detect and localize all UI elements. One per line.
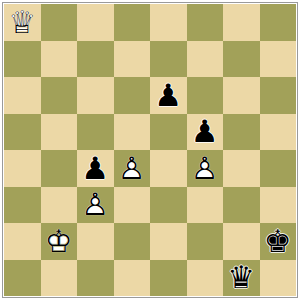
square-a8[interactable]: ♛♕: [4, 4, 41, 41]
square-b5[interactable]: [41, 114, 78, 151]
square-d8[interactable]: [114, 4, 151, 41]
square-e3[interactable]: [150, 187, 187, 224]
black-pawn-icon: ♟: [150, 77, 187, 114]
square-h2[interactable]: ♚: [260, 223, 297, 260]
piece-white-pawn[interactable]: ♟♙: [187, 150, 224, 187]
square-g5[interactable]: [223, 114, 260, 151]
square-d6[interactable]: [114, 77, 151, 114]
square-e7[interactable]: [150, 41, 187, 78]
square-a1[interactable]: [4, 260, 41, 297]
black-king-icon: ♚: [260, 223, 297, 260]
square-a5[interactable]: [4, 114, 41, 151]
black-queen-icon: ♛: [223, 260, 260, 297]
square-c7[interactable]: [77, 41, 114, 78]
square-f6[interactable]: [187, 77, 224, 114]
square-g4[interactable]: [223, 150, 260, 187]
board-frame: ♛♕♟♟♟♟♙♟♙♟♙♚♔♚♛: [2, 2, 298, 298]
square-g2[interactable]: [223, 223, 260, 260]
square-e4[interactable]: [150, 150, 187, 187]
square-g6[interactable]: [223, 77, 260, 114]
piece-black-pawn[interactable]: ♟: [187, 114, 224, 151]
square-h6[interactable]: [260, 77, 297, 114]
square-a4[interactable]: [4, 150, 41, 187]
white-pawn-icon: ♙: [114, 150, 151, 187]
square-c5[interactable]: [77, 114, 114, 151]
white-pawn-icon: ♙: [77, 187, 114, 224]
square-d3[interactable]: [114, 187, 151, 224]
square-f3[interactable]: [187, 187, 224, 224]
piece-white-pawn[interactable]: ♟♙: [114, 150, 151, 187]
square-b7[interactable]: [41, 41, 78, 78]
square-e5[interactable]: [150, 114, 187, 151]
square-f4[interactable]: ♟♙: [187, 150, 224, 187]
square-e8[interactable]: [150, 4, 187, 41]
white-king-icon: ♔: [41, 223, 78, 260]
piece-white-pawn[interactable]: ♟♙: [77, 187, 114, 224]
square-c3[interactable]: ♟♙: [77, 187, 114, 224]
square-d1[interactable]: [114, 260, 151, 297]
square-h4[interactable]: [260, 150, 297, 187]
square-d5[interactable]: [114, 114, 151, 151]
square-a2[interactable]: [4, 223, 41, 260]
square-b8[interactable]: [41, 4, 78, 41]
piece-white-king[interactable]: ♚♔: [41, 223, 78, 260]
square-a3[interactable]: [4, 187, 41, 224]
square-c6[interactable]: [77, 77, 114, 114]
black-pawn-icon: ♟: [77, 150, 114, 187]
chess-board: ♛♕♟♟♟♟♙♟♙♟♙♚♔♚♛: [4, 4, 296, 296]
square-c8[interactable]: [77, 4, 114, 41]
square-g7[interactable]: [223, 41, 260, 78]
square-f8[interactable]: [187, 4, 224, 41]
square-a6[interactable]: [4, 77, 41, 114]
square-f2[interactable]: [187, 223, 224, 260]
square-f1[interactable]: [187, 260, 224, 297]
square-c4[interactable]: ♟: [77, 150, 114, 187]
square-h5[interactable]: [260, 114, 297, 151]
square-e6[interactable]: ♟: [150, 77, 187, 114]
square-h1[interactable]: [260, 260, 297, 297]
square-c1[interactable]: [77, 260, 114, 297]
square-e1[interactable]: [150, 260, 187, 297]
piece-black-pawn[interactable]: ♟: [77, 150, 114, 187]
square-c2[interactable]: [77, 223, 114, 260]
square-b3[interactable]: [41, 187, 78, 224]
piece-black-queen[interactable]: ♛: [223, 260, 260, 297]
square-d4[interactable]: ♟♙: [114, 150, 151, 187]
square-b4[interactable]: [41, 150, 78, 187]
square-b2[interactable]: ♚♔: [41, 223, 78, 260]
square-f7[interactable]: [187, 41, 224, 78]
black-pawn-icon: ♟: [187, 114, 224, 151]
square-b1[interactable]: [41, 260, 78, 297]
piece-black-pawn[interactable]: ♟: [150, 77, 187, 114]
square-g1[interactable]: ♛: [223, 260, 260, 297]
chess-app-window: ♛♕♟♟♟♟♙♟♙♟♙♚♔♚♛: [0, 0, 300, 300]
white-pawn-icon: ♙: [187, 150, 224, 187]
square-g8[interactable]: [223, 4, 260, 41]
square-h7[interactable]: [260, 41, 297, 78]
square-e2[interactable]: [150, 223, 187, 260]
square-d2[interactable]: [114, 223, 151, 260]
square-h3[interactable]: [260, 187, 297, 224]
square-f5[interactable]: ♟: [187, 114, 224, 151]
piece-black-king[interactable]: ♚: [260, 223, 297, 260]
square-g3[interactable]: [223, 187, 260, 224]
square-b6[interactable]: [41, 77, 78, 114]
square-a7[interactable]: [4, 41, 41, 78]
square-h8[interactable]: [260, 4, 297, 41]
white-queen-icon: ♕: [4, 4, 41, 41]
piece-white-queen[interactable]: ♛♕: [4, 4, 41, 41]
square-d7[interactable]: [114, 41, 151, 78]
